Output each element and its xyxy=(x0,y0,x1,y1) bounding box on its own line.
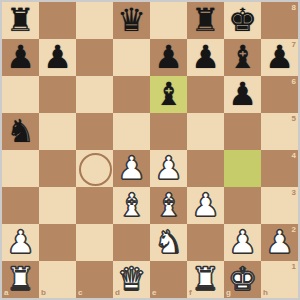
black-knight-a5[interactable]: ♞ xyxy=(6,113,35,150)
square-e3[interactable]: ♝ xyxy=(150,187,187,224)
black-bishop-g7[interactable]: ♝ xyxy=(228,39,257,76)
white-king-g1[interactable]: ♚ xyxy=(228,261,257,298)
square-a5[interactable]: ♞ xyxy=(2,113,39,150)
white-pawn-a2[interactable]: ♟ xyxy=(6,224,35,261)
square-c1[interactable]: c xyxy=(76,261,113,298)
square-f5[interactable] xyxy=(187,113,224,150)
file-label-b: b xyxy=(41,288,46,297)
square-e2[interactable]: ♞ xyxy=(150,224,187,261)
square-h8[interactable]: 8 xyxy=(261,2,298,39)
square-c8[interactable] xyxy=(76,2,113,39)
square-f4[interactable] xyxy=(187,150,224,187)
black-pawn-e7[interactable]: ♟ xyxy=(154,39,183,76)
square-c3[interactable] xyxy=(76,187,113,224)
square-f8[interactable]: ♜ xyxy=(187,2,224,39)
square-f7[interactable]: ♟ xyxy=(187,39,224,76)
rank-label-7: 7 xyxy=(292,40,296,49)
black-pawn-a7[interactable]: ♟ xyxy=(6,39,35,76)
square-e6[interactable]: ♝ xyxy=(150,76,187,113)
square-e4[interactable]: ♟ xyxy=(150,150,187,187)
black-rook-a8[interactable]: ♜ xyxy=(6,2,35,39)
circle-annotation-c4 xyxy=(79,153,112,186)
square-f6[interactable] xyxy=(187,76,224,113)
black-pawn-f7[interactable]: ♟ xyxy=(191,39,220,76)
square-h4[interactable]: 4 xyxy=(261,150,298,187)
chess-board: ♜♛♜♚8♟♟♟♟♝♟7♝♟6♞5♟♟4♝♝♟3♟♞♟♟2♜abc♛de♜f♚g… xyxy=(2,2,298,298)
white-pawn-d4[interactable]: ♟ xyxy=(117,150,146,187)
square-c5[interactable] xyxy=(76,113,113,150)
black-pawn-g6[interactable]: ♟ xyxy=(228,76,257,113)
square-b4[interactable] xyxy=(39,150,76,187)
square-d2[interactable] xyxy=(113,224,150,261)
file-label-g: g xyxy=(226,288,231,297)
square-b6[interactable] xyxy=(39,76,76,113)
rank-label-1: 1 xyxy=(292,262,296,271)
square-d4[interactable]: ♟ xyxy=(113,150,150,187)
square-e1[interactable]: e xyxy=(150,261,187,298)
square-h7[interactable]: ♟7 xyxy=(261,39,298,76)
square-c6[interactable] xyxy=(76,76,113,113)
rank-label-2: 2 xyxy=(292,225,296,234)
square-b2[interactable] xyxy=(39,224,76,261)
square-b8[interactable] xyxy=(39,2,76,39)
black-king-g8[interactable]: ♚ xyxy=(228,2,257,39)
white-knight-e2[interactable]: ♞ xyxy=(154,224,183,261)
rank-label-6: 6 xyxy=(292,77,296,86)
square-f1[interactable]: ♜f xyxy=(187,261,224,298)
square-d8[interactable]: ♛ xyxy=(113,2,150,39)
square-c7[interactable] xyxy=(76,39,113,76)
white-pawn-e4[interactable]: ♟ xyxy=(154,150,183,187)
rank-label-5: 5 xyxy=(292,114,296,123)
square-h2[interactable]: ♟2 xyxy=(261,224,298,261)
square-a1[interactable]: ♜a xyxy=(2,261,39,298)
square-b1[interactable]: b xyxy=(39,261,76,298)
square-g4[interactable] xyxy=(224,150,261,187)
file-label-a: a xyxy=(4,288,8,297)
square-h1[interactable]: h1 xyxy=(261,261,298,298)
square-c2[interactable] xyxy=(76,224,113,261)
white-rook-f1[interactable]: ♜ xyxy=(191,261,220,298)
square-g7[interactable]: ♝ xyxy=(224,39,261,76)
square-b5[interactable] xyxy=(39,113,76,150)
square-d3[interactable]: ♝ xyxy=(113,187,150,224)
square-f2[interactable] xyxy=(187,224,224,261)
square-d1[interactable]: ♛d xyxy=(113,261,150,298)
white-queen-d1[interactable]: ♛ xyxy=(117,261,146,298)
square-b7[interactable]: ♟ xyxy=(39,39,76,76)
black-rook-f8[interactable]: ♜ xyxy=(191,2,220,39)
square-a3[interactable] xyxy=(2,187,39,224)
square-g2[interactable]: ♟ xyxy=(224,224,261,261)
square-a6[interactable] xyxy=(2,76,39,113)
square-h6[interactable]: 6 xyxy=(261,76,298,113)
square-b3[interactable] xyxy=(39,187,76,224)
rank-label-3: 3 xyxy=(292,188,296,197)
file-label-c: c xyxy=(78,288,82,297)
square-a8[interactable]: ♜ xyxy=(2,2,39,39)
square-d6[interactable] xyxy=(113,76,150,113)
square-g8[interactable]: ♚ xyxy=(224,2,261,39)
square-e5[interactable] xyxy=(150,113,187,150)
square-g5[interactable] xyxy=(224,113,261,150)
square-g1[interactable]: ♚g xyxy=(224,261,261,298)
square-f3[interactable]: ♟ xyxy=(187,187,224,224)
black-pawn-h7[interactable]: ♟ xyxy=(265,39,294,76)
square-g6[interactable]: ♟ xyxy=(224,76,261,113)
square-d5[interactable] xyxy=(113,113,150,150)
white-bishop-e3[interactable]: ♝ xyxy=(154,187,183,224)
square-a7[interactable]: ♟ xyxy=(2,39,39,76)
square-h3[interactable]: 3 xyxy=(261,187,298,224)
rank-label-8: 8 xyxy=(292,3,296,12)
square-c4[interactable] xyxy=(76,150,113,187)
black-bishop-e6[interactable]: ♝ xyxy=(154,76,183,113)
rank-label-4: 4 xyxy=(292,151,296,160)
white-pawn-g2[interactable]: ♟ xyxy=(228,224,257,261)
black-queen-d8[interactable]: ♛ xyxy=(117,2,146,39)
square-a2[interactable]: ♟ xyxy=(2,224,39,261)
file-label-d: d xyxy=(115,288,120,297)
black-pawn-b7[interactable]: ♟ xyxy=(43,39,72,76)
file-label-h: h xyxy=(263,288,268,297)
white-pawn-h2[interactable]: ♟ xyxy=(265,224,294,261)
white-bishop-d3[interactable]: ♝ xyxy=(117,187,146,224)
file-label-e: e xyxy=(152,288,156,297)
square-e7[interactable]: ♟ xyxy=(150,39,187,76)
square-e8[interactable] xyxy=(150,2,187,39)
white-pawn-f3[interactable]: ♟ xyxy=(191,187,220,224)
white-rook-a1[interactable]: ♜ xyxy=(6,261,35,298)
square-g3[interactable] xyxy=(224,187,261,224)
file-label-f: f xyxy=(189,288,192,297)
board-frame: ♜♛♜♚8♟♟♟♟♝♟7♝♟6♞5♟♟4♝♝♟3♟♞♟♟2♜abc♛de♜f♚g… xyxy=(0,0,300,300)
square-d7[interactable] xyxy=(113,39,150,76)
square-a4[interactable] xyxy=(2,150,39,187)
square-h5[interactable]: 5 xyxy=(261,113,298,150)
